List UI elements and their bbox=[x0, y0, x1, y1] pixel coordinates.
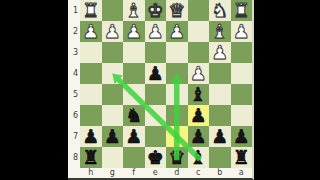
piece-white-pawn: ♟ bbox=[125, 22, 142, 41]
square-c3[interactable] bbox=[188, 42, 210, 63]
square-g4[interactable] bbox=[102, 63, 124, 84]
square-b8[interactable] bbox=[209, 147, 231, 168]
square-f4[interactable] bbox=[123, 63, 145, 84]
square-b3[interactable]: ♟ bbox=[209, 42, 231, 63]
square-a5[interactable] bbox=[231, 84, 253, 105]
square-d8[interactable]: ♛ bbox=[166, 147, 188, 168]
file-label-b: b bbox=[209, 168, 231, 178]
piece-black-pawn: ♟ bbox=[125, 127, 142, 146]
square-d4[interactable] bbox=[166, 63, 188, 84]
file-label-d: d bbox=[166, 168, 188, 178]
square-f7[interactable]: ♟ bbox=[123, 126, 145, 147]
piece-black-queen: ♛ bbox=[168, 148, 185, 167]
piece-white-king: ♚ bbox=[147, 1, 164, 20]
square-f3[interactable] bbox=[123, 42, 145, 63]
square-f6[interactable]: ♞ bbox=[123, 105, 145, 126]
file-labels: hgfedcba bbox=[80, 168, 252, 178]
square-a1[interactable]: ♜ bbox=[231, 0, 253, 21]
square-d5[interactable] bbox=[166, 84, 188, 105]
square-h3[interactable] bbox=[80, 42, 102, 63]
square-g3[interactable] bbox=[102, 42, 124, 63]
square-a7[interactable]: ♟ bbox=[231, 126, 253, 147]
rank-label-6: 6 bbox=[68, 105, 80, 126]
square-d7[interactable] bbox=[166, 126, 188, 147]
piece-black-bishop: ♝ bbox=[190, 85, 207, 104]
piece-black-pawn: ♟ bbox=[190, 127, 207, 146]
square-d2[interactable]: ♟ bbox=[166, 21, 188, 42]
rank-label-5: 5 bbox=[68, 84, 80, 105]
square-h8[interactable]: ♜ bbox=[80, 147, 102, 168]
piece-black-pawn: ♟ bbox=[211, 127, 228, 146]
file-label-g: g bbox=[102, 168, 124, 178]
piece-black-king: ♚ bbox=[147, 148, 164, 167]
piece-white-pawn: ♟ bbox=[233, 22, 250, 41]
square-a3[interactable] bbox=[231, 42, 253, 63]
piece-white-bishop: ♝ bbox=[211, 22, 228, 41]
chess-board: ♜♝♚♛♞♜♟♟♟♟♟♝♟♟♟♟♝♞♟♟♟♟♟♟♟♜♚♛♝♜ bbox=[80, 0, 252, 168]
file-label-e: e bbox=[145, 168, 167, 178]
square-e3[interactable] bbox=[145, 42, 167, 63]
square-g1[interactable] bbox=[102, 0, 124, 21]
piece-black-pawn: ♟ bbox=[190, 106, 207, 125]
square-g8[interactable] bbox=[102, 147, 124, 168]
piece-white-pawn: ♟ bbox=[190, 64, 207, 83]
square-c1[interactable] bbox=[188, 0, 210, 21]
square-f2[interactable]: ♟ bbox=[123, 21, 145, 42]
rank-labels: 12345678 bbox=[68, 0, 80, 168]
square-e2[interactable]: ♟ bbox=[145, 21, 167, 42]
square-g7[interactable]: ♟ bbox=[102, 126, 124, 147]
piece-black-knight: ♞ bbox=[125, 106, 142, 125]
square-e1[interactable]: ♚ bbox=[145, 0, 167, 21]
file-label-a: a bbox=[231, 168, 253, 178]
square-e4[interactable]: ♟ bbox=[145, 63, 167, 84]
square-c6[interactable]: ♟ bbox=[188, 105, 210, 126]
square-b6[interactable] bbox=[209, 105, 231, 126]
rank-label-8: 8 bbox=[68, 147, 80, 168]
square-b2[interactable]: ♝ bbox=[209, 21, 231, 42]
piece-black-pawn: ♟ bbox=[233, 127, 250, 146]
square-e8[interactable]: ♚ bbox=[145, 147, 167, 168]
square-b7[interactable]: ♟ bbox=[209, 126, 231, 147]
square-g5[interactable] bbox=[102, 84, 124, 105]
chess-diagram: 12345678 ♜♝♚♛♞♜♟♟♟♟♟♝♟♟♟♟♝♞♟♟♟♟♟♟♟♜♚♛♝♜ … bbox=[68, 0, 254, 180]
square-b4[interactable] bbox=[209, 63, 231, 84]
piece-black-bishop: ♝ bbox=[190, 148, 207, 167]
square-c4[interactable]: ♟ bbox=[188, 63, 210, 84]
piece-black-pawn: ♟ bbox=[104, 127, 121, 146]
square-c7[interactable]: ♟ bbox=[188, 126, 210, 147]
square-g2[interactable]: ♟ bbox=[102, 21, 124, 42]
piece-white-pawn: ♟ bbox=[147, 22, 164, 41]
rank-label-2: 2 bbox=[68, 21, 80, 42]
square-a2[interactable]: ♟ bbox=[231, 21, 253, 42]
square-e7[interactable] bbox=[145, 126, 167, 147]
piece-black-pawn: ♟ bbox=[82, 127, 99, 146]
square-f5[interactable] bbox=[123, 84, 145, 105]
piece-black-rook: ♜ bbox=[233, 148, 250, 167]
piece-white-queen: ♛ bbox=[168, 1, 185, 20]
square-f8[interactable] bbox=[123, 147, 145, 168]
square-a8[interactable]: ♜ bbox=[231, 147, 253, 168]
square-h4[interactable] bbox=[80, 63, 102, 84]
piece-white-pawn: ♟ bbox=[104, 22, 121, 41]
square-c5[interactable]: ♝ bbox=[188, 84, 210, 105]
piece-white-rook: ♜ bbox=[233, 1, 250, 20]
square-a4[interactable] bbox=[231, 63, 253, 84]
square-e5[interactable] bbox=[145, 84, 167, 105]
file-label-c: c bbox=[188, 168, 210, 178]
square-h7[interactable]: ♟ bbox=[80, 126, 102, 147]
piece-white-pawn: ♟ bbox=[82, 22, 99, 41]
square-h2[interactable]: ♟ bbox=[80, 21, 102, 42]
piece-black-pawn: ♟ bbox=[147, 64, 164, 83]
square-d6[interactable] bbox=[166, 105, 188, 126]
square-d3[interactable] bbox=[166, 42, 188, 63]
piece-white-knight: ♞ bbox=[211, 1, 228, 20]
rank-label-4: 4 bbox=[68, 63, 80, 84]
square-b1[interactable]: ♞ bbox=[209, 0, 231, 21]
file-label-h: h bbox=[80, 168, 102, 178]
square-h5[interactable] bbox=[80, 84, 102, 105]
rank-label-7: 7 bbox=[68, 126, 80, 147]
piece-white-pawn: ♟ bbox=[168, 22, 185, 41]
square-c2[interactable] bbox=[188, 21, 210, 42]
board-area: ♜♝♚♛♞♜♟♟♟♟♟♝♟♟♟♟♝♞♟♟♟♟♟♟♟♜♚♛♝♜ bbox=[80, 0, 252, 168]
piece-white-bishop: ♝ bbox=[125, 1, 142, 20]
file-label-f: f bbox=[123, 168, 145, 178]
square-a6[interactable] bbox=[231, 105, 253, 126]
square-f1[interactable]: ♝ bbox=[123, 0, 145, 21]
rank-label-3: 3 bbox=[68, 42, 80, 63]
square-h1[interactable]: ♜ bbox=[80, 0, 102, 21]
square-g6[interactable] bbox=[102, 105, 124, 126]
piece-white-rook: ♜ bbox=[82, 1, 99, 20]
square-d1[interactable]: ♛ bbox=[166, 0, 188, 21]
square-e6[interactable] bbox=[145, 105, 167, 126]
piece-black-rook: ♜ bbox=[82, 148, 99, 167]
video-frame: 12345678 ♜♝♚♛♞♜♟♟♟♟♟♝♟♟♟♟♝♞♟♟♟♟♟♟♟♜♚♛♝♜ … bbox=[0, 0, 320, 180]
label-corner bbox=[68, 168, 80, 178]
square-h6[interactable] bbox=[80, 105, 102, 126]
rank-label-1: 1 bbox=[68, 0, 80, 21]
square-c8[interactable]: ♝ bbox=[188, 147, 210, 168]
piece-white-pawn: ♟ bbox=[211, 43, 228, 62]
square-b5[interactable] bbox=[209, 84, 231, 105]
